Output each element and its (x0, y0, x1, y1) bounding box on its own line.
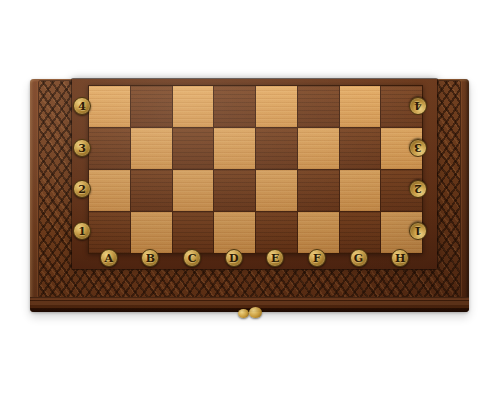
square-e3 (256, 128, 297, 169)
clasp-knob-icon (238, 309, 249, 318)
square-g1 (340, 212, 381, 253)
file-label-f: F (308, 249, 326, 267)
square-g4 (340, 86, 381, 127)
rank-label-right-4: 4 (409, 97, 427, 115)
square-e2 (256, 170, 297, 211)
square-d1 (214, 212, 255, 253)
square-c3 (173, 128, 214, 169)
square-d3 (214, 128, 255, 169)
file-label-d: D (225, 249, 243, 267)
square-d4 (214, 86, 255, 127)
file-label-a: A (100, 249, 118, 267)
file-label-g: G (350, 249, 368, 267)
square-b1 (131, 212, 172, 253)
square-b2 (131, 170, 172, 211)
rank-label-left-4: 4 (73, 97, 91, 115)
rank-label-right-1: 1 (409, 222, 427, 240)
square-a2 (89, 170, 130, 211)
rank-label-right-3: 3 (409, 139, 427, 157)
rank-label-left-3: 3 (73, 139, 91, 157)
square-e1 (256, 212, 297, 253)
square-c1 (173, 212, 214, 253)
square-g3 (340, 128, 381, 169)
square-f4 (298, 86, 339, 127)
rank-label-left-1: 1 (73, 222, 91, 240)
chess-box: 43214321ABCDEFGH (30, 79, 469, 312)
brass-clasp (237, 307, 263, 318)
square-e4 (256, 86, 297, 127)
clasp-knob-icon (249, 307, 262, 318)
square-b3 (131, 128, 172, 169)
square-a1 (89, 212, 130, 253)
square-f2 (298, 170, 339, 211)
square-b4 (131, 86, 172, 127)
square-f3 (298, 128, 339, 169)
square-d2 (214, 170, 255, 211)
square-f1 (298, 212, 339, 253)
square-c4 (173, 86, 214, 127)
square-a3 (89, 128, 130, 169)
product-photo: 43214321ABCDEFGH (0, 0, 500, 400)
chess-board (88, 85, 423, 254)
square-a4 (89, 86, 130, 127)
file-label-c: C (183, 249, 201, 267)
square-g2 (340, 170, 381, 211)
square-c2 (173, 170, 214, 211)
